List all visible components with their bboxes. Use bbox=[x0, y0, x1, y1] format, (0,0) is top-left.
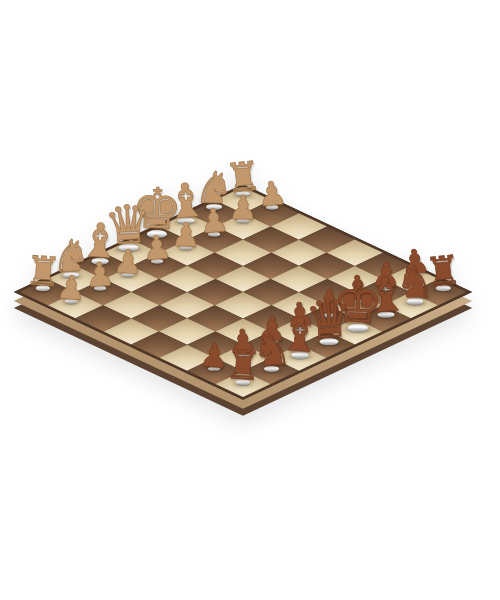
chess-set-photo: ♜♟♞♟♝♟♚♟♛♟♝♟♟♞♜♟♟♜♞♟♟♝♟♚♟♛♟♝♟♞♟♜ bbox=[0, 0, 500, 600]
chess-board bbox=[14, 184, 472, 399]
product-photo-canvas: ♜♟♞♟♝♟♚♟♛♟♝♟♟♞♜♟♟♜♞♟♟♝♟♚♟♛♟♝♟♞♟♜ bbox=[0, 0, 500, 600]
